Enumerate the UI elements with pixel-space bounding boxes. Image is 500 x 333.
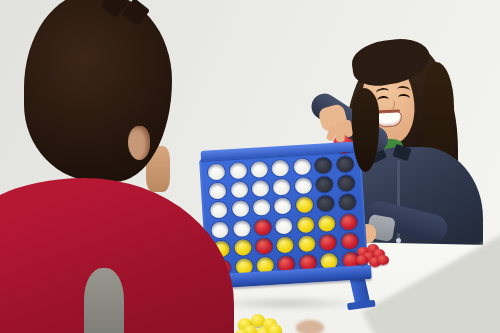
cell-r2c4[interactable] [271,177,294,198]
cell-r1c4[interactable] [269,157,292,178]
empty-hole [253,199,271,216]
empty-hole [252,180,270,197]
empty-hole [229,162,247,179]
empty-hole [337,175,355,192]
empty-hole [210,202,228,219]
cell-r2c2[interactable] [228,179,251,200]
boy-gray-hood [84,268,124,333]
red-disc [319,234,337,251]
yellow-disc [296,197,314,214]
red-disc [255,238,273,255]
empty-hole [208,163,226,180]
red-disc [254,218,272,235]
empty-hole [316,176,334,193]
cell-r3c4[interactable] [272,196,295,217]
cell-r4c7[interactable] [337,211,360,232]
yellow-disc [276,236,294,253]
blurred-foreground-object [296,320,324,333]
empty-hole [274,198,292,215]
photo-stage [0,0,500,333]
cell-r4c6[interactable] [316,213,339,234]
empty-hole [294,177,312,194]
empty-hole [273,179,291,196]
cell-r1c7[interactable] [334,154,357,175]
cell-r3c2[interactable] [229,199,252,220]
board-grid [205,154,362,279]
yellow-disc [318,215,336,232]
empty-hole [209,182,227,199]
empty-hole [315,157,333,174]
empty-hole [231,200,249,217]
empty-hole [272,159,290,176]
empty-hole [317,195,335,212]
cell-r4c4[interactable] [273,215,296,236]
cell-r1c3[interactable] [248,159,271,180]
loose-yellow-disc [268,324,282,333]
cell-r4c5[interactable] [294,214,317,235]
cell-r1c1[interactable] [205,161,228,182]
cell-r5c2[interactable] [231,237,254,258]
cell-r2c3[interactable] [249,178,272,199]
cell-r1c5[interactable] [291,156,314,177]
cell-r3c5[interactable] [293,195,316,216]
cell-r5c4[interactable] [274,235,297,256]
boy-ear [128,126,150,160]
yellow-disc [298,235,316,252]
boy-hair [24,0,172,182]
red-disc [339,213,357,230]
cell-r3c3[interactable] [250,197,273,218]
cell-r3c1[interactable] [208,200,231,221]
cell-r2c7[interactable] [335,173,358,194]
empty-hole [275,217,293,234]
empty-hole [233,220,251,237]
cell-r1c2[interactable] [227,160,250,181]
cell-r2c6[interactable] [313,174,336,195]
cell-r3c6[interactable] [315,193,338,214]
cell-r4c1[interactable] [209,219,232,240]
empty-hole [336,155,354,172]
empty-hole [293,158,311,175]
empty-hole [338,194,356,211]
cell-r1c6[interactable] [312,155,335,176]
empty-hole [211,221,229,238]
cell-r3c7[interactable] [336,192,359,213]
cell-r4c3[interactable] [252,217,275,238]
cell-r5c6[interactable] [317,232,340,253]
cell-r2c5[interactable] [292,175,315,196]
cell-r4c2[interactable] [230,218,253,239]
empty-hole [250,161,268,178]
cell-r2c1[interactable] [206,181,229,202]
red-disc [341,233,359,250]
cell-r5c3[interactable] [253,236,276,257]
loose-red-disc [356,255,368,265]
yellow-disc [234,239,252,256]
yellow-disc [297,216,315,233]
loose-red-disc [377,255,389,265]
empty-hole [230,181,248,198]
cell-r5c5[interactable] [296,233,319,254]
